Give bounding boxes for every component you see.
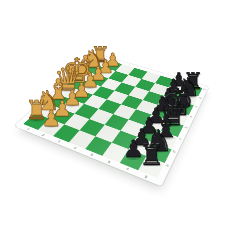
chess-set-photo: 12345678 hgfedcba ♜♞♝♛♚♝♞♜♟♟♟♟♟♟♟♟♟♟♟♟♟♟…	[0, 0, 230, 230]
pieces-layer: ♜♞♝♛♚♝♞♜♟♟♟♟♟♟♟♟♟♟♟♟♟♟♟♟♜♞♝♛♚♝♞♜	[0, 0, 230, 230]
piece-black-rook: ♜	[139, 141, 164, 169]
piece-white-pawn: ♟	[41, 108, 61, 130]
